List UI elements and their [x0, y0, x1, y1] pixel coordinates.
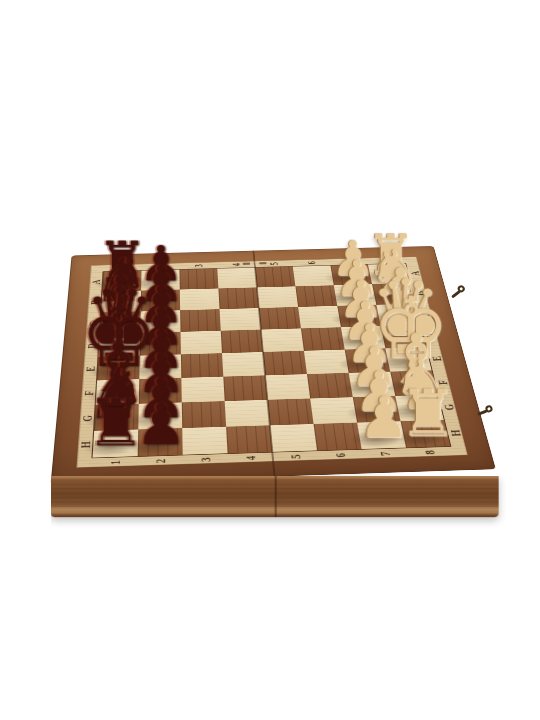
coordinate-label: 8	[378, 257, 394, 265]
coordinate-label: 5	[266, 260, 282, 268]
coordinate-label: B	[411, 289, 428, 297]
piece-light-pawn: ♟	[320, 188, 385, 281]
piece-dark-rook: ♜	[77, 343, 154, 452]
coordinate-label: D	[422, 331, 440, 340]
product-photo-canvas: 1234567812345678ABCDEFGHABCDEFGH ♜♟♟♜♞♟♟…	[0, 0, 540, 720]
piece-light-knight: ♞	[362, 206, 429, 301]
coordinate-label: C	[416, 310, 433, 319]
piece-dark-pawn: ♟	[127, 212, 194, 308]
coordinate-label: 2	[153, 263, 168, 271]
chess-board: 1234567812345678ABCDEFGHABCDEFGH ♜♟♟♜♞♟♟…	[51, 246, 496, 484]
coordinate-label: A	[406, 269, 423, 277]
coordinate-label: 6	[303, 259, 319, 267]
piece-light-pawn: ♟	[323, 207, 390, 302]
coordinate-label: 4	[228, 261, 243, 269]
board-front-edge	[51, 476, 499, 517]
piece-light-rook: ♜	[389, 334, 465, 442]
coordinate-label: 1	[115, 264, 130, 272]
coordinate-label: 3	[191, 262, 206, 270]
coordinate-label: 7	[341, 258, 357, 266]
piece-light-rook: ♜	[358, 187, 423, 280]
clasp-hook-icon	[449, 283, 468, 301]
piece-dark-rook: ♜	[89, 194, 155, 288]
piece-dark-pawn: ♟	[128, 193, 194, 287]
